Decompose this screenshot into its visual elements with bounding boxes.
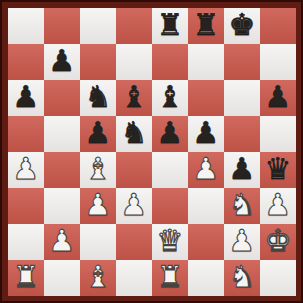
square-a4[interactable]: ♟ [8, 152, 44, 188]
square-e6[interactable]: ♝ [152, 80, 188, 116]
square-a3[interactable] [8, 188, 44, 224]
square-c8[interactable] [80, 8, 116, 44]
piece-black-rook[interactable]: ♜ [193, 10, 220, 40]
board-frame: ♜♜♚♟♟♞♝♝♟♟♞♟♟♟♝♟♟♛♟♟♞♟♟♛♟♚♜♝♜♞ [0, 0, 303, 303]
square-h5[interactable] [260, 116, 296, 152]
square-h7[interactable] [260, 44, 296, 80]
square-a6[interactable]: ♟ [8, 80, 44, 116]
square-b8[interactable] [44, 8, 80, 44]
square-c5[interactable]: ♟ [80, 116, 116, 152]
square-f6[interactable] [188, 80, 224, 116]
square-e8[interactable]: ♜ [152, 8, 188, 44]
square-d2[interactable] [116, 224, 152, 260]
square-g8[interactable]: ♚ [224, 8, 260, 44]
piece-white-knight[interactable]: ♞ [229, 262, 256, 292]
square-a5[interactable] [8, 116, 44, 152]
piece-black-bishop[interactable]: ♝ [157, 82, 184, 112]
square-b1[interactable] [44, 260, 80, 296]
square-e3[interactable] [152, 188, 188, 224]
square-d3[interactable]: ♟ [116, 188, 152, 224]
piece-white-bishop[interactable]: ♝ [85, 154, 112, 184]
piece-black-pawn[interactable]: ♟ [229, 154, 256, 184]
square-f5[interactable]: ♟ [188, 116, 224, 152]
square-d1[interactable] [116, 260, 152, 296]
square-d5[interactable]: ♞ [116, 116, 152, 152]
square-a8[interactable] [8, 8, 44, 44]
square-b3[interactable] [44, 188, 80, 224]
square-d6[interactable]: ♝ [116, 80, 152, 116]
square-e4[interactable] [152, 152, 188, 188]
square-e2[interactable]: ♛ [152, 224, 188, 260]
square-g5[interactable] [224, 116, 260, 152]
square-c1[interactable]: ♝ [80, 260, 116, 296]
piece-white-rook[interactable]: ♜ [157, 262, 184, 292]
piece-white-pawn[interactable]: ♟ [193, 154, 220, 184]
square-c6[interactable]: ♞ [80, 80, 116, 116]
square-f2[interactable] [188, 224, 224, 260]
square-d4[interactable] [116, 152, 152, 188]
square-c3[interactable]: ♟ [80, 188, 116, 224]
piece-black-bishop[interactable]: ♝ [121, 82, 148, 112]
square-d7[interactable] [116, 44, 152, 80]
piece-white-knight[interactable]: ♞ [229, 190, 256, 220]
piece-black-knight[interactable]: ♞ [85, 82, 112, 112]
piece-black-pawn[interactable]: ♟ [85, 118, 112, 148]
square-c2[interactable] [80, 224, 116, 260]
piece-white-queen[interactable]: ♛ [157, 226, 184, 256]
square-h3[interactable]: ♟ [260, 188, 296, 224]
piece-white-king[interactable]: ♚ [265, 226, 292, 256]
square-f1[interactable] [188, 260, 224, 296]
square-g1[interactable]: ♞ [224, 260, 260, 296]
piece-black-knight[interactable]: ♞ [121, 118, 148, 148]
square-f3[interactable] [188, 188, 224, 224]
square-b2[interactable]: ♟ [44, 224, 80, 260]
piece-black-king[interactable]: ♚ [229, 10, 256, 40]
square-h6[interactable]: ♟ [260, 80, 296, 116]
piece-white-pawn[interactable]: ♟ [49, 226, 76, 256]
piece-white-pawn[interactable]: ♟ [13, 154, 40, 184]
square-h8[interactable] [260, 8, 296, 44]
piece-black-pawn[interactable]: ♟ [193, 118, 220, 148]
square-c4[interactable]: ♝ [80, 152, 116, 188]
piece-white-pawn[interactable]: ♟ [265, 190, 292, 220]
square-g7[interactable] [224, 44, 260, 80]
square-b6[interactable] [44, 80, 80, 116]
piece-white-pawn[interactable]: ♟ [85, 190, 112, 220]
square-a2[interactable] [8, 224, 44, 260]
square-f4[interactable]: ♟ [188, 152, 224, 188]
square-g3[interactable]: ♞ [224, 188, 260, 224]
piece-black-pawn[interactable]: ♟ [49, 46, 76, 76]
square-b7[interactable]: ♟ [44, 44, 80, 80]
piece-black-queen[interactable]: ♛ [265, 154, 292, 184]
square-b5[interactable] [44, 116, 80, 152]
square-f8[interactable]: ♜ [188, 8, 224, 44]
chess-board: ♜♜♚♟♟♞♝♝♟♟♞♟♟♟♝♟♟♛♟♟♞♟♟♛♟♚♜♝♜♞ [8, 8, 296, 296]
square-g2[interactable]: ♟ [224, 224, 260, 260]
square-b4[interactable] [44, 152, 80, 188]
square-a1[interactable]: ♜ [8, 260, 44, 296]
piece-black-rook[interactable]: ♜ [157, 10, 184, 40]
square-h2[interactable]: ♚ [260, 224, 296, 260]
square-h1[interactable] [260, 260, 296, 296]
piece-white-pawn[interactable]: ♟ [121, 190, 148, 220]
piece-white-bishop[interactable]: ♝ [85, 262, 112, 292]
piece-white-pawn[interactable]: ♟ [229, 226, 256, 256]
square-e7[interactable] [152, 44, 188, 80]
square-c7[interactable] [80, 44, 116, 80]
square-e1[interactable]: ♜ [152, 260, 188, 296]
square-d8[interactable] [116, 8, 152, 44]
square-e5[interactable]: ♟ [152, 116, 188, 152]
square-g4[interactable]: ♟ [224, 152, 260, 188]
square-h4[interactable]: ♛ [260, 152, 296, 188]
square-g6[interactable] [224, 80, 260, 116]
piece-black-pawn[interactable]: ♟ [265, 82, 292, 112]
piece-black-pawn[interactable]: ♟ [157, 118, 184, 148]
piece-black-pawn[interactable]: ♟ [13, 82, 40, 112]
square-f7[interactable] [188, 44, 224, 80]
piece-white-rook[interactable]: ♜ [13, 262, 40, 292]
square-a7[interactable] [8, 44, 44, 80]
